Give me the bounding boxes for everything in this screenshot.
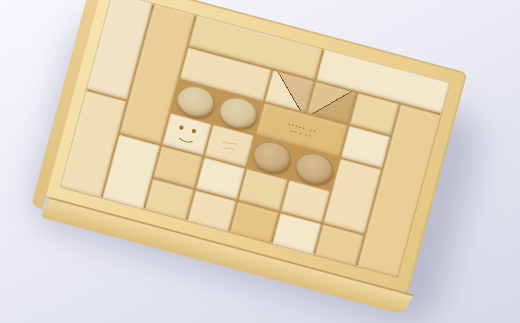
studio-background: ∙∙∙∙∙ ∙∙∙∙ ∙ ∙∙∙∙∙∙∙∙∙∙∙∙∙: [0, 0, 520, 323]
wooden-tray: ∙∙∙∙∙ ∙∙∙∙ ∙ ∙∙∙∙∙∙∙∙∙∙∙∙∙: [43, 0, 468, 295]
tray-floor: ∙∙∙∙∙ ∙∙∙∙ ∙ ∙∙∙∙∙∙∙∙∙∙∙∙∙: [60, 0, 450, 278]
smiley-mouth: [176, 126, 198, 144]
block-grid: ∙∙∙∙∙ ∙∙∙∙ ∙ ∙∙∙∙∙∙∙∙∙∙∙∙∙: [62, 0, 447, 275]
